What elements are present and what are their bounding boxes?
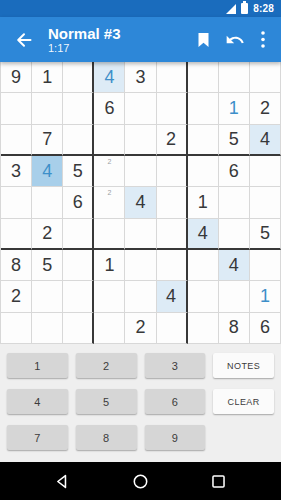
cell-r9c1[interactable]	[1, 313, 32, 344]
cell-r5c4[interactable]: 2	[94, 187, 125, 218]
note-digit-2: 2	[104, 187, 114, 197]
nav-back-icon	[54, 473, 71, 490]
cell-r9c5[interactable]: 2	[125, 313, 156, 344]
numpad-spacer	[213, 425, 274, 450]
page-title: Normal #3	[48, 25, 187, 42]
cell-r5c2[interactable]	[32, 187, 63, 218]
back-button[interactable]	[8, 20, 40, 60]
cell-r1c5[interactable]: 3	[125, 62, 156, 93]
cell-r4c7[interactable]	[188, 156, 219, 187]
cell-r1c8[interactable]	[219, 62, 250, 93]
cell-r8c8[interactable]	[219, 281, 250, 312]
pencil-notes: 2	[94, 187, 124, 217]
cell-r1c4[interactable]: 4	[94, 62, 125, 93]
cell-r5c5[interactable]: 4	[125, 187, 156, 218]
cell-r1c2[interactable]: 1	[32, 62, 63, 93]
cell-r6c3[interactable]	[63, 219, 94, 250]
cell-r8c3[interactable]	[63, 281, 94, 312]
cell-r9c2[interactable]	[32, 313, 63, 344]
cell-r3c9[interactable]: 4	[250, 125, 281, 156]
cell-r9c7[interactable]	[188, 313, 219, 344]
cell-r1c9[interactable]	[250, 62, 281, 93]
cell-r3c2[interactable]: 7	[32, 125, 63, 156]
cell-r6c1[interactable]	[1, 219, 32, 250]
cell-r5c8[interactable]	[219, 187, 250, 218]
nav-recents-button[interactable]	[209, 471, 229, 491]
cell-r3c1[interactable]	[1, 125, 32, 156]
cell-r8c9[interactable]: 1	[250, 281, 281, 312]
cell-r7c5[interactable]	[125, 250, 156, 281]
bookmark-button[interactable]	[187, 20, 219, 60]
cell-r1c1[interactable]: 9	[1, 62, 32, 93]
cell-r6c6[interactable]	[157, 219, 188, 250]
numpad-6[interactable]: 6	[145, 389, 206, 414]
cell-r7c4[interactable]: 1	[94, 250, 125, 281]
cell-r9c6[interactable]	[157, 313, 188, 344]
numpad-7[interactable]: 7	[7, 425, 68, 450]
cell-r2c7[interactable]	[188, 93, 219, 124]
arrow-left-icon	[15, 31, 33, 49]
cell-r5c6[interactable]	[157, 187, 188, 218]
cell-r2c8[interactable]: 1	[219, 93, 250, 124]
nav-recents-icon	[210, 473, 227, 490]
status-bar: 8:28	[0, 0, 281, 17]
cell-r6c4[interactable]	[94, 219, 125, 250]
cell-r9c9[interactable]: 6	[250, 313, 281, 344]
cell-r6c9[interactable]: 5	[250, 219, 281, 250]
status-time: 8:28	[253, 3, 274, 14]
cell-r9c8[interactable]: 8	[219, 313, 250, 344]
numpad-1[interactable]: 1	[7, 353, 68, 378]
cell-r8c7[interactable]	[188, 281, 219, 312]
cell-r2c5[interactable]	[125, 93, 156, 124]
cell-r4c4[interactable]: 2	[94, 156, 125, 187]
clear-button[interactable]: CLEAR	[213, 389, 274, 414]
cell-r7c7[interactable]	[188, 250, 219, 281]
cell-r4c8[interactable]: 6	[219, 156, 250, 187]
cell-r4c9[interactable]	[250, 156, 281, 187]
cell-r2c9[interactable]: 2	[250, 93, 281, 124]
cell-r6c5[interactable]	[125, 219, 156, 250]
cell-r4c6[interactable]	[157, 156, 188, 187]
cell-r8c2[interactable]	[32, 281, 63, 312]
numpad-9[interactable]: 9	[145, 425, 206, 450]
cell-r6c2[interactable]: 2	[32, 219, 63, 250]
cell-r7c6[interactable]	[157, 250, 188, 281]
cell-r8c4[interactable]	[94, 281, 125, 312]
cell-r7c9[interactable]	[250, 250, 281, 281]
overflow-menu-icon	[261, 31, 265, 48]
cell-r3c5[interactable]	[125, 125, 156, 156]
cell-r2c1[interactable]	[1, 93, 32, 124]
cell-r3c4[interactable]	[94, 125, 125, 156]
android-nav-bar	[0, 462, 281, 500]
cell-r6c8[interactable]	[219, 219, 250, 250]
undo-button[interactable]	[219, 20, 251, 60]
cell-r2c6[interactable]	[157, 93, 188, 124]
pencil-notes: 2	[94, 156, 124, 186]
cell-r7c3[interactable]	[63, 250, 94, 281]
cell-r3c3[interactable]	[63, 125, 94, 156]
cell-r8c5[interactable]	[125, 281, 156, 312]
app-bar: Normal #3 1:17	[0, 17, 281, 62]
cell-r1c7[interactable]	[188, 62, 219, 93]
numpad-2[interactable]: 2	[76, 353, 137, 378]
cell-r8c1[interactable]: 2	[1, 281, 32, 312]
app-bar-titles: Normal #3 1:17	[48, 25, 187, 55]
cell-r4c5[interactable]	[125, 156, 156, 187]
cell-r4c3[interactable]: 5	[63, 156, 94, 187]
cell-r4c1[interactable]: 3	[1, 156, 32, 187]
undo-icon	[225, 30, 245, 50]
overflow-menu-button[interactable]	[251, 20, 275, 60]
cell-r9c4[interactable]	[94, 313, 125, 344]
numpad-3[interactable]: 3	[145, 353, 206, 378]
sudoku-board: 914361272543452662412458514241286	[0, 62, 281, 344]
nav-home-icon	[132, 473, 149, 490]
cell-r5c7[interactable]: 1	[188, 187, 219, 218]
notes-button[interactable]: NOTES	[213, 353, 274, 378]
number-pad: 123NOTES456CLEAR789	[0, 344, 281, 462]
cell-r3c7[interactable]	[188, 125, 219, 156]
battery-icon	[241, 3, 248, 14]
board-area: 914361272543452662412458514241286	[0, 62, 281, 344]
cell-r5c1[interactable]	[1, 187, 32, 218]
cell-r8c6[interactable]: 4	[157, 281, 188, 312]
cell-r9c3[interactable]	[63, 313, 94, 344]
cell-r1c3[interactable]	[63, 62, 94, 93]
bookmark-icon	[196, 32, 211, 48]
nav-back-button[interactable]	[53, 471, 73, 491]
cell-r2c4[interactable]: 6	[94, 93, 125, 124]
cell-r2c3[interactable]	[63, 93, 94, 124]
timer: 1:17	[48, 42, 187, 55]
cell-r5c3[interactable]: 6	[63, 187, 94, 218]
cell-r7c2[interactable]: 5	[32, 250, 63, 281]
cell-r4c2[interactable]: 4	[32, 156, 63, 187]
numpad-5[interactable]: 5	[76, 389, 137, 414]
cell-r7c1[interactable]: 8	[1, 250, 32, 281]
cell-r7c8[interactable]: 4	[219, 250, 250, 281]
signal-icon	[226, 4, 236, 14]
cell-r6c7[interactable]: 4	[188, 219, 219, 250]
cell-r5c9[interactable]	[250, 187, 281, 218]
sudoku-app: 8:28 Normal #3 1:17 91436127254345266241…	[0, 0, 281, 500]
numpad-8[interactable]: 8	[76, 425, 137, 450]
note-digit-2: 2	[104, 156, 114, 166]
cell-r3c8[interactable]: 5	[219, 125, 250, 156]
cell-r1c6[interactable]	[157, 62, 188, 93]
nav-home-button[interactable]	[131, 471, 151, 491]
cell-r2c2[interactable]	[32, 93, 63, 124]
cell-r3c6[interactable]: 2	[157, 125, 188, 156]
numpad-4[interactable]: 4	[7, 389, 68, 414]
